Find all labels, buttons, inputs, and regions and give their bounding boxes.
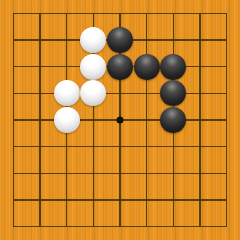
grid-line-horizontal — [13, 199, 228, 200]
star-point — [117, 117, 124, 124]
black-stone — [107, 54, 133, 80]
white-stone — [80, 27, 106, 53]
grid-line-horizontal — [13, 146, 228, 147]
white-stone — [80, 80, 106, 106]
black-stone — [160, 54, 186, 80]
black-stone — [107, 27, 133, 53]
white-stone — [54, 107, 80, 133]
go-board[interactable] — [0, 0, 240, 240]
black-stone — [160, 80, 186, 106]
white-stone — [80, 54, 106, 80]
black-stone — [160, 107, 186, 133]
grid-line-vertical — [199, 13, 200, 228]
grid-line-vertical — [146, 13, 147, 228]
grid-line-vertical — [226, 13, 227, 228]
grid-line-horizontal — [13, 226, 228, 227]
white-stone — [54, 80, 80, 106]
grid-line-horizontal — [13, 173, 228, 174]
black-stone — [134, 54, 160, 80]
